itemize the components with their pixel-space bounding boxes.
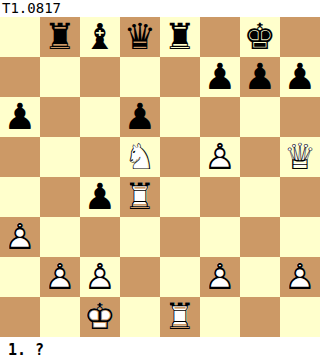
square-b2[interactable]: ♟ — [40, 257, 80, 297]
square-a7[interactable] — [0, 57, 40, 97]
square-c1[interactable]: ♚ — [80, 297, 120, 337]
square-a4[interactable] — [0, 177, 40, 217]
square-b8[interactable]: ♜ — [40, 17, 80, 57]
square-a1[interactable] — [0, 297, 40, 337]
black-pawn-piece: ♟ — [200, 57, 240, 97]
square-b1[interactable] — [40, 297, 80, 337]
square-e7[interactable] — [160, 57, 200, 97]
square-c8[interactable]: ♝ — [80, 17, 120, 57]
move-prompt: 1. ? — [0, 337, 320, 360]
black-bishop-piece: ♝ — [80, 17, 120, 57]
square-d6[interactable]: ♟ — [120, 97, 160, 137]
square-e3[interactable] — [160, 217, 200, 257]
square-g8[interactable]: ♚ — [240, 17, 280, 57]
white-king-piece: ♚ — [80, 297, 120, 337]
black-rook-piece: ♜ — [40, 17, 80, 57]
square-e2[interactable] — [160, 257, 200, 297]
white-pawn-piece: ♟ — [200, 257, 240, 297]
black-king-piece: ♚ — [240, 17, 280, 57]
puzzle-title: T1.0817 — [0, 0, 320, 17]
square-h8[interactable] — [280, 17, 320, 57]
black-queen-piece: ♛ — [120, 17, 160, 57]
square-h6[interactable] — [280, 97, 320, 137]
square-e6[interactable] — [160, 97, 200, 137]
square-a3[interactable]: ♟ — [0, 217, 40, 257]
square-g5[interactable] — [240, 137, 280, 177]
square-d8[interactable]: ♛ — [120, 17, 160, 57]
black-pawn-piece: ♟ — [0, 97, 40, 137]
black-pawn-piece: ♟ — [120, 97, 160, 137]
square-e4[interactable] — [160, 177, 200, 217]
square-c2[interactable]: ♟ — [80, 257, 120, 297]
square-f5[interactable]: ♟ — [200, 137, 240, 177]
square-b5[interactable] — [40, 137, 80, 177]
square-g7[interactable]: ♟ — [240, 57, 280, 97]
square-g3[interactable] — [240, 217, 280, 257]
square-g1[interactable] — [240, 297, 280, 337]
square-e5[interactable] — [160, 137, 200, 177]
chess-puzzle-screen: T1.0817 ♜♝♛♜♚♟♟♟♟♟♞♟♛♟♜♟♟♟♟♟♚♜ 1. ? — [0, 0, 320, 360]
black-pawn-piece: ♟ — [80, 177, 120, 217]
square-b7[interactable] — [40, 57, 80, 97]
square-c7[interactable] — [80, 57, 120, 97]
square-g2[interactable] — [240, 257, 280, 297]
square-a6[interactable]: ♟ — [0, 97, 40, 137]
square-d4[interactable]: ♜ — [120, 177, 160, 217]
square-f1[interactable] — [200, 297, 240, 337]
white-pawn-piece: ♟ — [80, 257, 120, 297]
white-rook-piece: ♜ — [120, 177, 160, 217]
square-f7[interactable]: ♟ — [200, 57, 240, 97]
square-g4[interactable] — [240, 177, 280, 217]
white-pawn-piece: ♟ — [40, 257, 80, 297]
square-d7[interactable] — [120, 57, 160, 97]
square-g6[interactable] — [240, 97, 280, 137]
square-b4[interactable] — [40, 177, 80, 217]
square-h2[interactable]: ♟ — [280, 257, 320, 297]
square-h4[interactable] — [280, 177, 320, 217]
square-f8[interactable] — [200, 17, 240, 57]
square-c6[interactable] — [80, 97, 120, 137]
square-h5[interactable]: ♛ — [280, 137, 320, 177]
white-knight-piece: ♞ — [120, 137, 160, 177]
square-f4[interactable] — [200, 177, 240, 217]
square-a5[interactable] — [0, 137, 40, 177]
square-h7[interactable]: ♟ — [280, 57, 320, 97]
square-d5[interactable]: ♞ — [120, 137, 160, 177]
black-pawn-piece: ♟ — [280, 57, 320, 97]
square-b6[interactable] — [40, 97, 80, 137]
square-c3[interactable] — [80, 217, 120, 257]
square-c4[interactable]: ♟ — [80, 177, 120, 217]
white-pawn-piece: ♟ — [0, 217, 40, 257]
black-rook-piece: ♜ — [160, 17, 200, 57]
square-d1[interactable] — [120, 297, 160, 337]
white-rook-piece: ♜ — [160, 297, 200, 337]
square-h1[interactable] — [280, 297, 320, 337]
square-f6[interactable] — [200, 97, 240, 137]
square-h3[interactable] — [280, 217, 320, 257]
white-pawn-piece: ♟ — [200, 137, 240, 177]
square-e8[interactable]: ♜ — [160, 17, 200, 57]
white-queen-piece: ♛ — [280, 137, 320, 177]
square-b3[interactable] — [40, 217, 80, 257]
square-a2[interactable] — [0, 257, 40, 297]
square-f2[interactable]: ♟ — [200, 257, 240, 297]
square-d2[interactable] — [120, 257, 160, 297]
square-a8[interactable] — [0, 17, 40, 57]
square-c5[interactable] — [80, 137, 120, 177]
square-f3[interactable] — [200, 217, 240, 257]
square-e1[interactable]: ♜ — [160, 297, 200, 337]
chess-board: ♜♝♛♜♚♟♟♟♟♟♞♟♛♟♜♟♟♟♟♟♚♜ — [0, 17, 320, 337]
square-d3[interactable] — [120, 217, 160, 257]
white-pawn-piece: ♟ — [280, 257, 320, 297]
black-pawn-piece: ♟ — [240, 57, 280, 97]
